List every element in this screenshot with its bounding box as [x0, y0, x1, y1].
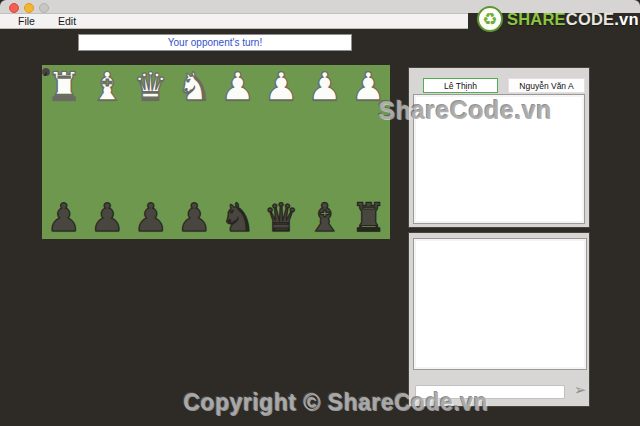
menu-file[interactable]: File: [18, 15, 35, 27]
piece-white-pawn[interactable]: ♟: [264, 65, 299, 108]
square-a6[interactable]: [42, 109, 86, 153]
square-c8[interactable]: ♝: [86, 65, 130, 109]
status-banner: Your opponent's turn!: [78, 34, 352, 51]
square-h1[interactable]: ♜: [347, 196, 391, 240]
logo-domain: .vn: [614, 10, 638, 28]
square-c4[interactable]: [86, 152, 130, 196]
square-d3[interactable]: [260, 152, 304, 196]
menu-edit[interactable]: Edit: [58, 15, 76, 27]
square-b5[interactable]: [216, 109, 260, 153]
square-a2[interactable]: ♟: [42, 196, 86, 240]
square-b3[interactable]: [216, 152, 260, 196]
square-f7[interactable]: ♟: [303, 65, 347, 109]
piece-white-queen[interactable]: ♛: [133, 65, 168, 108]
piece-white-pawn[interactable]: ♟: [307, 65, 342, 108]
square-g8[interactable]: ♞: [173, 65, 217, 109]
square-g6[interactable]: [173, 109, 217, 153]
piece-black-knight[interactable]: ♞: [42, 68, 50, 76]
square-c2[interactable]: ♟: [86, 196, 130, 240]
piece-black-pawn[interactable]: ♟: [90, 196, 125, 239]
square-f1[interactable]: ♝: [303, 196, 347, 240]
square-e2[interactable]: ♟: [129, 196, 173, 240]
tab-player-2[interactable]: Nguyễn Văn A: [508, 78, 585, 93]
square-g4[interactable]: [173, 152, 217, 196]
square-h3[interactable]: [347, 152, 391, 196]
square-b7[interactable]: ♟: [216, 65, 260, 109]
square-f5[interactable]: [303, 109, 347, 153]
status-text: Your opponent's turn!: [168, 37, 262, 48]
square-d7[interactable]: ♟: [260, 65, 304, 109]
piece-white-rook[interactable]: ♜: [46, 65, 81, 108]
piece-black-pawn[interactable]: ♟: [46, 196, 81, 239]
send-icon[interactable]: ➢: [571, 381, 589, 399]
square-h7[interactable]: ♟: [347, 65, 391, 109]
recycle-icon: ♻: [477, 6, 503, 32]
piece-white-pawn[interactable]: ♟: [220, 65, 255, 108]
piece-black-bishop[interactable]: ♝: [307, 196, 342, 239]
tab-player-1[interactable]: Lê Thịnh: [423, 78, 498, 93]
piece-black-pawn[interactable]: ♟: [177, 196, 212, 239]
players-panel: Lê Thịnh Nguyễn Văn A: [408, 67, 590, 228]
logo-code: CODE: [566, 10, 614, 28]
app-window: File Edit ♻ SHARECODE.vn Your opponent's…: [0, 0, 640, 426]
square-e8[interactable]: ♛: [129, 65, 173, 109]
chat-input[interactable]: [415, 385, 565, 399]
square-e4[interactable]: [129, 152, 173, 196]
square-a4[interactable]: [42, 152, 86, 196]
piece-black-queen[interactable]: ♛: [264, 196, 299, 239]
square-h5[interactable]: [347, 109, 391, 153]
piece-black-knight[interactable]: ♞: [220, 196, 255, 239]
minimize-button[interactable]: [24, 3, 34, 13]
square-b1[interactable]: ♞: [216, 196, 260, 240]
chat-history: [413, 238, 587, 370]
piece-white-bishop[interactable]: ♝: [90, 65, 125, 108]
square-d5[interactable]: [260, 109, 304, 153]
piece-black-rook[interactable]: ♜: [351, 196, 386, 239]
chat-panel: ➢: [408, 232, 590, 407]
chess-board: ♜♞♝♚♛♝♞♜♟♟♟♟♟♟♟♟♟♟♟♟♟♟♟♟♜♞♝♛♚♝♞♜: [42, 65, 390, 413]
square-e6[interactable]: [129, 109, 173, 153]
move-list: [413, 94, 585, 224]
close-button[interactable]: [9, 3, 19, 13]
square-g2[interactable]: ♟: [173, 196, 217, 240]
piece-white-knight[interactable]: ♞: [177, 65, 212, 108]
piece-black-pawn[interactable]: ♟: [133, 196, 168, 239]
sharecode-logo: ♻ SHARECODE.vn: [477, 4, 639, 34]
square-c6[interactable]: [86, 109, 130, 153]
square-g1[interactable]: ♞: [42, 68, 50, 76]
piece-white-pawn[interactable]: ♟: [351, 65, 386, 108]
zoom-button[interactable]: [39, 3, 49, 13]
logo-share: SHARE: [507, 10, 566, 28]
square-f3[interactable]: [303, 152, 347, 196]
square-d1[interactable]: ♛: [260, 196, 304, 240]
logo-text: SHARECODE.vn: [507, 10, 639, 29]
